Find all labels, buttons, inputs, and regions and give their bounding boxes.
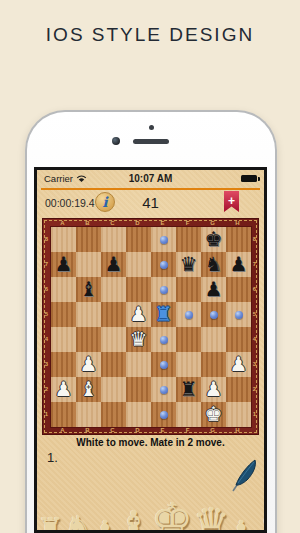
square-g3[interactable] [201, 352, 226, 377]
rank-label-5: 5 [251, 301, 258, 326]
file-label-c: C [100, 219, 125, 227]
legal-move-dot-f5 [185, 311, 193, 319]
square-d1[interactable] [126, 402, 151, 427]
file-label-e: E [150, 426, 175, 434]
toolbar: 00:00:19.4 i 41 + [37, 190, 264, 216]
rank-label-1: 1 [43, 401, 50, 426]
white-queen: ♛ [126, 327, 151, 352]
square-h3[interactable]: ♟ [226, 352, 251, 377]
square-g8[interactable]: ♚ [201, 227, 226, 252]
ivory-piece-8: ♝ [253, 507, 267, 533]
chess-board: ABCDEFGH ABCDEFGH 87654321 87654321 ♚♟♟♛… [42, 218, 259, 435]
square-e5[interactable]: ♜ [151, 302, 176, 327]
square-d8[interactable] [126, 227, 151, 252]
front-camera-icon [112, 137, 120, 145]
rank-label-7: 7 [43, 251, 50, 276]
rank-label-4: 4 [43, 326, 50, 351]
square-b2[interactable]: ♝ [76, 377, 101, 402]
rank-label-8: 8 [43, 226, 50, 251]
square-c8[interactable] [101, 227, 126, 252]
ivory-piece-4: ♝ [117, 507, 151, 533]
rank-labels-left: 87654321 [43, 226, 50, 426]
file-labels-bottom: ABCDEFGH [50, 426, 250, 434]
square-d4[interactable]: ♛ [126, 327, 151, 352]
square-f4[interactable] [176, 327, 201, 352]
square-f1[interactable] [176, 402, 201, 427]
square-d6[interactable] [126, 277, 151, 302]
square-f5[interactable] [176, 302, 201, 327]
square-g6[interactable]: ♟ [201, 277, 226, 302]
black-bishop: ♝ [76, 277, 101, 302]
square-a2[interactable]: ♟ [51, 377, 76, 402]
square-a6[interactable] [51, 277, 76, 302]
square-d2[interactable] [126, 377, 151, 402]
app-screen: 10:07 AM Carrier 00:00:19.4 i 41 + ABCDE… [34, 167, 267, 533]
white-king: ♚ [201, 402, 226, 427]
file-label-a: A [50, 219, 75, 227]
plus-icon: + [228, 194, 235, 208]
white-pawn: ♟ [76, 352, 101, 377]
proximity-sensor-dot [149, 125, 154, 130]
file-label-e: E [150, 219, 175, 227]
square-f3[interactable] [176, 352, 201, 377]
legal-move-dot-e3 [160, 361, 168, 369]
square-a1[interactable] [51, 402, 76, 427]
legal-move-dot-e7 [160, 261, 168, 269]
square-a4[interactable] [51, 327, 76, 352]
file-label-b: B [75, 426, 100, 434]
square-e4[interactable] [151, 327, 176, 352]
rank-label-2: 2 [43, 376, 50, 401]
file-label-d: D [125, 426, 150, 434]
square-d3[interactable] [126, 352, 151, 377]
file-label-g: G [200, 426, 225, 434]
square-h5[interactable] [226, 302, 251, 327]
rank-label-6: 6 [43, 276, 50, 301]
black-pawn: ♟ [101, 252, 126, 277]
black-king: ♚ [201, 227, 226, 252]
square-b4[interactable] [76, 327, 101, 352]
file-label-d: D [125, 219, 150, 227]
legal-move-dot-g5 [210, 311, 218, 319]
square-c7[interactable]: ♟ [101, 252, 126, 277]
rank-label-6: 6 [251, 276, 258, 301]
square-a3[interactable] [51, 352, 76, 377]
white-rook-selected: ♜ [151, 302, 176, 327]
square-b6[interactable]: ♝ [76, 277, 101, 302]
white-pawn: ♟ [226, 352, 251, 377]
ivory-piece-3: ♟ [94, 518, 117, 533]
black-pawn: ♟ [201, 277, 226, 302]
clock: 10:07 AM [37, 173, 264, 184]
rank-label-1: 1 [251, 401, 258, 426]
file-label-g: G [200, 219, 225, 227]
ivory-piece-1: ♜ [37, 515, 64, 533]
square-e7[interactable] [151, 252, 176, 277]
square-d7[interactable] [126, 252, 151, 277]
square-f6[interactable] [176, 277, 201, 302]
white-pawn: ♟ [201, 377, 226, 402]
square-a5[interactable] [51, 302, 76, 327]
rank-labels-right: 87654321 [251, 226, 258, 426]
square-h7[interactable]: ♟ [226, 252, 251, 277]
square-h2[interactable] [226, 377, 251, 402]
ivory-piece-2: ♞ [64, 512, 94, 533]
square-e1[interactable] [151, 402, 176, 427]
square-e8[interactable] [151, 227, 176, 252]
file-label-a: A [50, 426, 75, 434]
file-label-h: H [225, 219, 250, 227]
black-pawn: ♟ [51, 252, 76, 277]
ivory-piece-6: ♛ [193, 504, 230, 533]
white-pawn: ♟ [51, 377, 76, 402]
legal-move-dot-e1 [160, 411, 168, 419]
ivory-piece-5: ♚ [151, 498, 193, 533]
black-knight: ♞ [201, 252, 226, 277]
status-bar: 10:07 AM Carrier [37, 170, 264, 187]
black-pawn: ♟ [226, 252, 251, 277]
square-c3[interactable] [101, 352, 126, 377]
earpiece-speaker [133, 139, 169, 144]
file-label-b: B [75, 219, 100, 227]
legal-move-dot-e6 [160, 286, 168, 294]
ivory-piece-7: ♟ [230, 518, 253, 533]
file-label-c: C [100, 426, 125, 434]
square-e6[interactable] [151, 277, 176, 302]
page-title: IOS STYLE DESIGN [0, 24, 300, 46]
rank-label-3: 3 [43, 351, 50, 376]
legal-move-dot-e2 [160, 386, 168, 394]
legal-move-dot-e4 [160, 336, 168, 344]
rank-label-3: 3 [251, 351, 258, 376]
square-g4[interactable] [201, 327, 226, 352]
quill-pen-icon[interactable] [229, 458, 259, 494]
puzzle-caption: White to move. Mate in 2 move. [37, 437, 264, 448]
square-c2[interactable] [101, 377, 126, 402]
file-label-f: F [175, 219, 200, 227]
square-e2[interactable] [151, 377, 176, 402]
white-pawn: ♟ [126, 302, 151, 327]
square-c1[interactable] [101, 402, 126, 427]
white-bishop: ♝ [76, 377, 101, 402]
battery-icon [241, 175, 257, 182]
square-d5[interactable]: ♟ [126, 302, 151, 327]
square-h4[interactable] [226, 327, 251, 352]
square-g1[interactable]: ♚ [201, 402, 226, 427]
square-b8[interactable] [76, 227, 101, 252]
legal-move-dot-h5 [235, 311, 243, 319]
square-b5[interactable] [76, 302, 101, 327]
rank-label-5: 5 [43, 301, 50, 326]
square-c4[interactable] [101, 327, 126, 352]
rank-label-2: 2 [251, 376, 258, 401]
square-h6[interactable] [226, 277, 251, 302]
legal-move-dot-e8 [160, 236, 168, 244]
square-b3[interactable]: ♟ [76, 352, 101, 377]
square-e3[interactable] [151, 352, 176, 377]
move-number: 1. [47, 450, 58, 465]
board-grid: ♚♟♟♛♞♟♝♟♟♜♛♟♟♟♝♜♟♚ [50, 226, 252, 428]
square-g5[interactable] [201, 302, 226, 327]
square-f7[interactable]: ♛ [176, 252, 201, 277]
rank-label-8: 8 [251, 226, 258, 251]
square-c6[interactable] [101, 277, 126, 302]
square-h8[interactable] [226, 227, 251, 252]
black-queen: ♛ [176, 252, 201, 277]
square-g7[interactable]: ♞ [201, 252, 226, 277]
rank-label-7: 7 [251, 251, 258, 276]
rank-label-4: 4 [251, 326, 258, 351]
black-rook: ♜ [176, 377, 201, 402]
square-g2[interactable]: ♟ [201, 377, 226, 402]
decorative-piece-row: ♜♞♟♝♚♛♟♝♞♜ [37, 498, 264, 533]
square-a7[interactable]: ♟ [51, 252, 76, 277]
square-h1[interactable] [226, 402, 251, 427]
file-label-f: F [175, 426, 200, 434]
square-f2[interactable]: ♜ [176, 377, 201, 402]
square-a8[interactable] [51, 227, 76, 252]
square-b7[interactable] [76, 252, 101, 277]
square-f8[interactable] [176, 227, 201, 252]
square-b1[interactable] [76, 402, 101, 427]
square-c5[interactable] [101, 302, 126, 327]
file-label-h: H [225, 426, 250, 434]
file-labels-top: ABCDEFGH [50, 219, 250, 227]
